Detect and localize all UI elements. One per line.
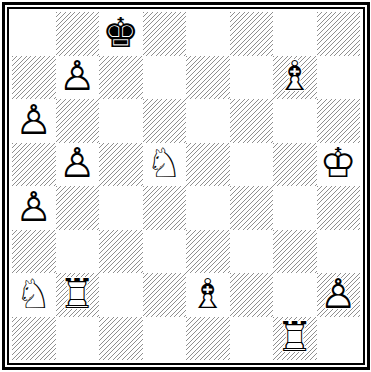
- square-h2[interactable]: ♟♙: [317, 273, 361, 317]
- square-b8[interactable]: [56, 12, 100, 56]
- square-g1[interactable]: ♜♖: [273, 317, 317, 361]
- piece-fill: ♟: [56, 143, 100, 184]
- piece-white-rook: ♖: [273, 317, 317, 358]
- square-b2[interactable]: ♜♖: [56, 273, 100, 317]
- piece-white-rook: ♖: [56, 273, 100, 314]
- square-e3[interactable]: [186, 230, 230, 274]
- square-d1[interactable]: [143, 317, 187, 361]
- square-f6[interactable]: [230, 99, 274, 143]
- square-c8[interactable]: ♚: [99, 12, 143, 56]
- square-f5[interactable]: [230, 143, 274, 187]
- chess-board: ♚♟♙♝♗♟♙♟♙♞♘♚♔♟♙♞♘♜♖♝♗♟♙♜♖: [12, 12, 360, 360]
- square-f3[interactable]: [230, 230, 274, 274]
- square-f4[interactable]: [230, 186, 274, 230]
- square-h5[interactable]: ♚♔: [317, 143, 361, 187]
- board-frame: ♚♟♙♝♗♟♙♟♙♞♘♚♔♟♙♞♘♜♖♝♗♟♙♜♖: [7, 7, 365, 365]
- square-c5[interactable]: [99, 143, 143, 187]
- square-c6[interactable]: [99, 99, 143, 143]
- square-a7[interactable]: [12, 56, 56, 100]
- square-h7[interactable]: [317, 56, 361, 100]
- square-g5[interactable]: [273, 143, 317, 187]
- piece-fill: ♟: [12, 186, 56, 227]
- piece-fill: ♚: [317, 143, 361, 184]
- piece-white-pawn: ♙: [56, 56, 100, 97]
- square-d6[interactable]: [143, 99, 187, 143]
- piece-white-knight: ♘: [12, 273, 56, 314]
- square-a3[interactable]: [12, 230, 56, 274]
- piece-white-bishop: ♗: [273, 56, 317, 97]
- square-h8[interactable]: [317, 12, 361, 56]
- square-b1[interactable]: [56, 317, 100, 361]
- piece-white-pawn: ♙: [12, 99, 56, 140]
- square-b4[interactable]: [56, 186, 100, 230]
- square-a8[interactable]: [12, 12, 56, 56]
- square-g3[interactable]: [273, 230, 317, 274]
- piece-black-king: ♚: [99, 12, 143, 53]
- piece-white-pawn: ♙: [56, 143, 100, 184]
- piece-fill: ♟: [12, 99, 56, 140]
- piece-fill: ♜: [56, 273, 100, 314]
- square-g4[interactable]: [273, 186, 317, 230]
- square-f8[interactable]: [230, 12, 274, 56]
- square-c4[interactable]: [99, 186, 143, 230]
- square-h4[interactable]: [317, 186, 361, 230]
- square-b3[interactable]: [56, 230, 100, 274]
- square-c2[interactable]: [99, 273, 143, 317]
- square-g6[interactable]: [273, 99, 317, 143]
- piece-fill: ♞: [143, 143, 187, 184]
- square-h3[interactable]: [317, 230, 361, 274]
- square-f1[interactable]: [230, 317, 274, 361]
- diagram-frame: ♚♟♙♝♗♟♙♟♙♞♘♚♔♟♙♞♘♜♖♝♗♟♙♜♖: [2, 2, 370, 370]
- square-a6[interactable]: ♟♙: [12, 99, 56, 143]
- square-f2[interactable]: [230, 273, 274, 317]
- square-e5[interactable]: [186, 143, 230, 187]
- square-f7[interactable]: [230, 56, 274, 100]
- piece-white-pawn: ♙: [12, 186, 56, 227]
- square-a2[interactable]: ♞♘: [12, 273, 56, 317]
- square-d7[interactable]: [143, 56, 187, 100]
- piece-fill: ♞: [12, 273, 56, 314]
- piece-fill: ♝: [273, 56, 317, 97]
- square-d2[interactable]: [143, 273, 187, 317]
- piece-fill: ♝: [186, 273, 230, 314]
- square-c7[interactable]: [99, 56, 143, 100]
- piece-white-knight: ♘: [143, 143, 187, 184]
- square-a4[interactable]: ♟♙: [12, 186, 56, 230]
- piece-white-pawn: ♙: [317, 273, 361, 314]
- square-h1[interactable]: [317, 317, 361, 361]
- square-g8[interactable]: [273, 12, 317, 56]
- square-b5[interactable]: ♟♙: [56, 143, 100, 187]
- square-c1[interactable]: [99, 317, 143, 361]
- square-e6[interactable]: [186, 99, 230, 143]
- square-d3[interactable]: [143, 230, 187, 274]
- square-a5[interactable]: [12, 143, 56, 187]
- piece-fill: ♟: [317, 273, 361, 314]
- square-d4[interactable]: [143, 186, 187, 230]
- square-b7[interactable]: ♟♙: [56, 56, 100, 100]
- square-g2[interactable]: [273, 273, 317, 317]
- square-a1[interactable]: [12, 317, 56, 361]
- piece-white-king: ♔: [317, 143, 361, 184]
- square-e7[interactable]: [186, 56, 230, 100]
- square-d8[interactable]: [143, 12, 187, 56]
- square-h6[interactable]: [317, 99, 361, 143]
- square-e4[interactable]: [186, 186, 230, 230]
- square-e1[interactable]: [186, 317, 230, 361]
- square-e2[interactable]: ♝♗: [186, 273, 230, 317]
- square-b6[interactable]: [56, 99, 100, 143]
- piece-fill: ♜: [273, 317, 317, 358]
- square-d5[interactable]: ♞♘: [143, 143, 187, 187]
- piece-fill: ♟: [56, 56, 100, 97]
- square-c3[interactable]: [99, 230, 143, 274]
- piece-white-bishop: ♗: [186, 273, 230, 314]
- square-e8[interactable]: [186, 12, 230, 56]
- square-g7[interactable]: ♝♗: [273, 56, 317, 100]
